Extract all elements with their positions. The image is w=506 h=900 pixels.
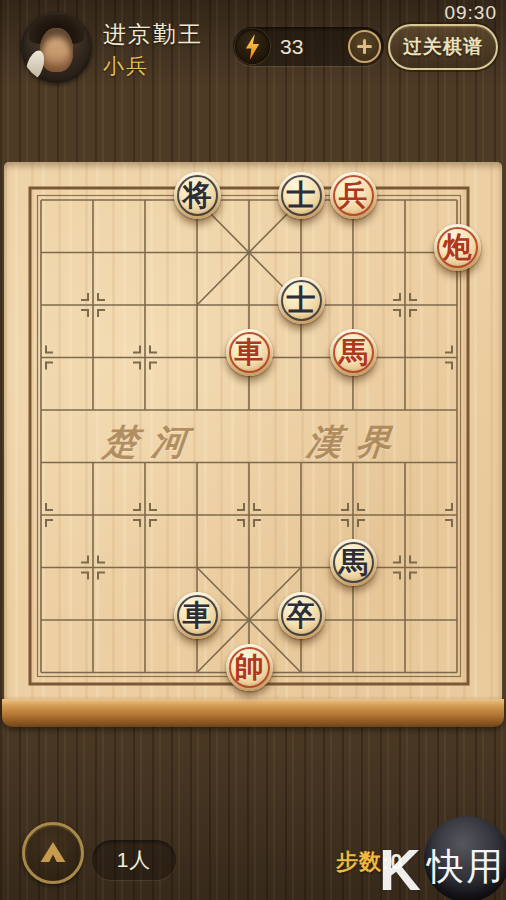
piece-red-帥[interactable]: 帥 [226,644,273,691]
watermark-logo-icon: K [379,836,421,900]
player-title: 进京勤王 [103,19,203,50]
lightning-icon [235,29,270,64]
piece-red-車[interactable]: 車 [226,329,273,376]
board-grid[interactable]: 将士兵炮士車馬馬車卒帥 [15,174,483,699]
expand-menu-button[interactable] [22,822,84,884]
piece-black-卒[interactable]: 卒 [278,592,325,639]
piece-black-将[interactable]: 将 [174,172,221,219]
player-avatar[interactable] [21,12,92,83]
puzzle-records-button[interactable]: 过关棋谱 [388,24,498,70]
piece-red-馬[interactable]: 馬 [330,329,377,376]
piece-black-馬[interactable]: 馬 [330,539,377,586]
status-time: 09:30 [444,2,497,24]
piece-black-車[interactable]: 車 [174,592,221,639]
player-rank: 小兵 [103,52,149,80]
chevron-up-icon [33,833,73,873]
avatar-face [40,28,73,72]
piece-black-士[interactable]: 士 [278,277,325,324]
piece-black-士[interactable]: 士 [278,172,325,219]
players-count-badge: 1人 [92,840,176,880]
board-edge [2,699,504,727]
piece-red-兵[interactable]: 兵 [330,172,377,219]
add-energy-button[interactable] [348,30,381,63]
energy-pill: 33 [233,27,384,66]
energy-value: 33 [280,35,303,59]
piece-red-炮[interactable]: 炮 [434,224,481,271]
watermark-text: 快用 [427,842,505,892]
